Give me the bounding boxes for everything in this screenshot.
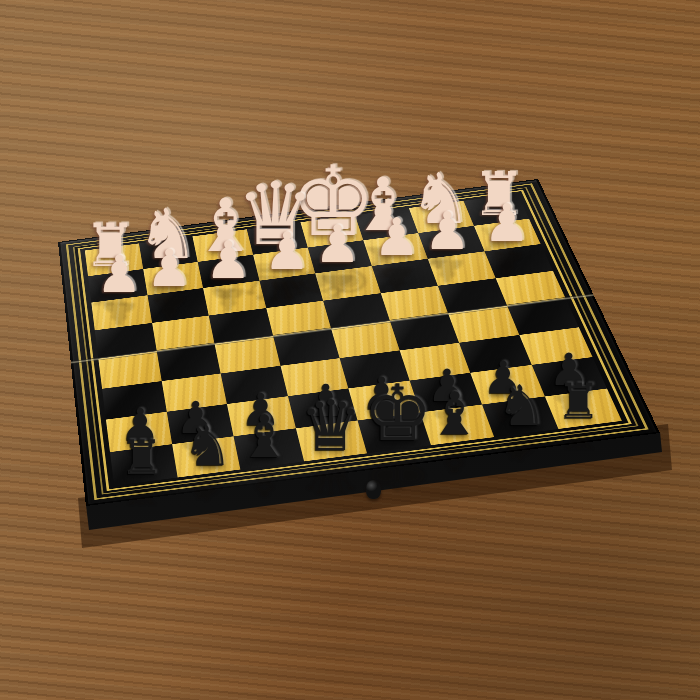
board-grid xyxy=(85,194,622,486)
board-square xyxy=(233,428,303,469)
product-photo: ♜♜♞♞♝♝♛♛♚♚♝♝♞♞♜♜♟♟♟♟♟♟♟♟♟♟♟♟♟♟♟♟♟♟♟♟♟♟♟♟… xyxy=(0,0,700,700)
board-square xyxy=(357,412,430,453)
board-square xyxy=(544,388,621,429)
board-latch xyxy=(366,480,381,499)
board-square xyxy=(110,444,177,486)
board-square xyxy=(295,420,367,461)
board-square xyxy=(172,436,241,477)
board-square xyxy=(420,404,495,445)
